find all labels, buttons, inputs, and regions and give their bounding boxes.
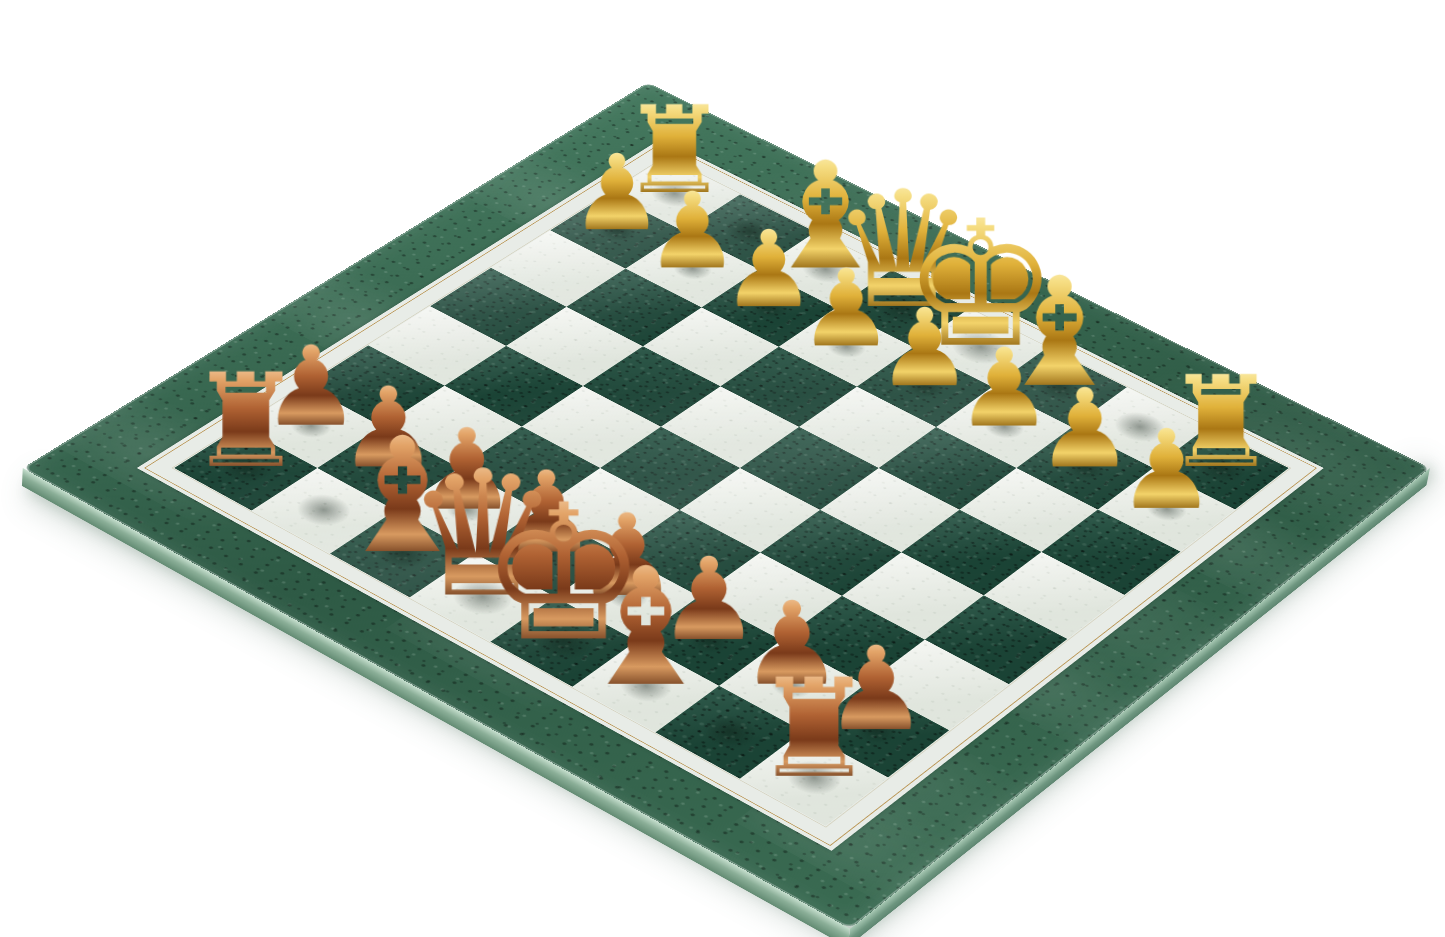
square-h5[interactable] <box>984 552 1125 639</box>
square-g5[interactable] <box>901 510 1041 596</box>
chess-set-photo-scene: ♜♞♝♛♚♝♞♜♟♟♟♟♟♟♟♟♟♟♟♟♟♟♟♟♜♞♝♛♚♝♞♜ <box>0 0 1445 937</box>
square-h4[interactable] <box>925 595 1067 684</box>
